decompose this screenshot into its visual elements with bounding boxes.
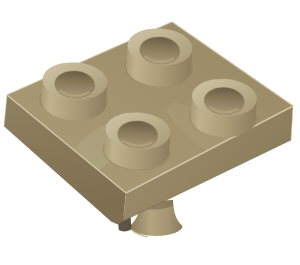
- lego-part-photo: [0, 0, 300, 265]
- page-background: [0, 0, 300, 265]
